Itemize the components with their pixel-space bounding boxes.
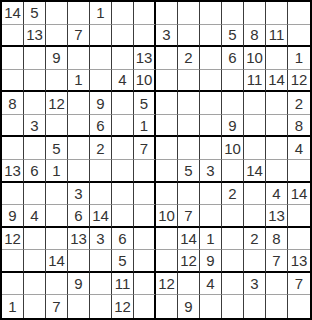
cell-r13c12-given: 3 — [244, 273, 266, 296]
cell-r3c13-empty[interactable] — [266, 47, 288, 70]
cell-r5c13-empty[interactable] — [266, 92, 288, 115]
cell-r1c1-given: 14 — [2, 2, 24, 25]
cell-r13c14-given: 7 — [288, 273, 310, 296]
cell-r11c7-empty[interactable] — [134, 228, 156, 251]
cell-r10c10-empty[interactable] — [200, 205, 222, 228]
cell-r6c3-empty[interactable] — [46, 115, 68, 138]
cell-r2c3-empty[interactable] — [46, 25, 68, 48]
cell-r7c14-given: 4 — [288, 137, 310, 160]
cell-r9c4-given: 3 — [68, 183, 90, 206]
cell-r3c2-empty[interactable] — [24, 47, 46, 70]
cell-r11c4-given: 13 — [68, 228, 90, 251]
cell-r4c8-empty[interactable] — [156, 70, 178, 93]
cell-r9c8-empty[interactable] — [156, 183, 178, 206]
cell-r12c10-given: 9 — [200, 250, 222, 273]
cell-r3c10-empty[interactable] — [200, 47, 222, 70]
cell-r11c9-given: 14 — [178, 228, 200, 251]
cell-r10c9-given: 7 — [178, 205, 200, 228]
cell-r10c1-given: 9 — [2, 205, 24, 228]
cell-r10c6-empty[interactable] — [112, 205, 134, 228]
cell-r11c14-empty[interactable] — [288, 228, 310, 251]
cell-r7c2-empty[interactable] — [24, 137, 46, 160]
cell-r11c8-empty[interactable] — [156, 228, 178, 251]
cell-r11c5-given: 3 — [90, 228, 112, 251]
cell-r2c8-given: 3 — [156, 25, 178, 48]
cell-r14c8-empty[interactable] — [156, 295, 178, 318]
cell-r9c11-given: 2 — [222, 183, 244, 206]
cell-r3c5-empty[interactable] — [90, 47, 112, 70]
cell-r3c6-empty[interactable] — [112, 47, 134, 70]
cell-r6c8-empty[interactable] — [156, 115, 178, 138]
cell-r10c4-given: 6 — [68, 205, 90, 228]
cell-r5c8-empty[interactable] — [156, 92, 178, 115]
cell-r2c4-given: 7 — [68, 25, 90, 48]
cell-r13c1-empty[interactable] — [2, 273, 24, 296]
cell-r7c4-empty[interactable] — [68, 137, 90, 160]
cell-r13c7-empty[interactable] — [134, 273, 156, 296]
cell-r12c8-empty[interactable] — [156, 250, 178, 273]
cell-r8c8-empty[interactable] — [156, 160, 178, 183]
cell-r5c7-given: 5 — [134, 92, 156, 115]
cell-r1c3-empty[interactable] — [46, 2, 68, 25]
cell-r2c10-empty[interactable] — [200, 25, 222, 48]
cell-r1c10-empty[interactable] — [200, 2, 222, 25]
cell-r7c5-given: 2 — [90, 137, 112, 160]
cell-r10c14-empty[interactable] — [288, 205, 310, 228]
cell-r6c11-given: 9 — [222, 115, 244, 138]
cell-r10c12-empty[interactable] — [244, 205, 266, 228]
cell-r8c5-empty[interactable] — [90, 160, 112, 183]
cell-r13c4-given: 9 — [68, 273, 90, 296]
cell-r9c5-empty[interactable] — [90, 183, 112, 206]
cell-r8c3-given: 1 — [46, 160, 68, 183]
cell-r13c5-empty[interactable] — [90, 273, 112, 296]
cell-r13c8-given: 12 — [156, 273, 178, 296]
cell-r4c4-given: 1 — [68, 70, 90, 93]
cell-r10c2-given: 4 — [24, 205, 46, 228]
cell-r1c11-empty[interactable] — [222, 2, 244, 25]
cell-r5c1-given: 8 — [2, 92, 24, 115]
cell-r12c14-given: 13 — [288, 250, 310, 273]
cell-r11c10-given: 1 — [200, 228, 222, 251]
cell-r7c9-empty[interactable] — [178, 137, 200, 160]
cell-r9c3-empty[interactable] — [46, 183, 68, 206]
cell-r8c2-given: 6 — [24, 160, 46, 183]
cell-r12c12-empty[interactable] — [244, 250, 266, 273]
cell-r4c10-empty[interactable] — [200, 70, 222, 93]
cell-r5c5-given: 9 — [90, 92, 112, 115]
cell-r4c11-empty[interactable] — [222, 70, 244, 93]
cell-r11c6-given: 6 — [112, 228, 134, 251]
cell-r8c7-empty[interactable] — [134, 160, 156, 183]
cell-r3c1-empty[interactable] — [2, 47, 24, 70]
cell-r3c11-given: 6 — [222, 47, 244, 70]
cell-r11c11-empty[interactable] — [222, 228, 244, 251]
cell-r14c3-given: 7 — [46, 295, 68, 318]
cell-r7c11-given: 10 — [222, 137, 244, 160]
cell-r13c6-given: 11 — [112, 273, 134, 296]
cell-r11c3-empty[interactable] — [46, 228, 68, 251]
cell-r9c2-empty[interactable] — [24, 183, 46, 206]
cell-r2c1-empty[interactable] — [2, 25, 24, 48]
cell-r14c10-empty[interactable] — [200, 295, 222, 318]
cell-r7c6-empty[interactable] — [112, 137, 134, 160]
cell-r11c12-given: 2 — [244, 228, 266, 251]
cell-r12c5-empty[interactable] — [90, 250, 112, 273]
cell-r8c6-empty[interactable] — [112, 160, 134, 183]
cell-r3c3-given: 9 — [46, 47, 68, 70]
cell-r10c8-given: 10 — [156, 205, 178, 228]
cell-r6c7-given: 1 — [134, 115, 156, 138]
cell-r12c1-empty[interactable] — [2, 250, 24, 273]
cell-r4c1-empty[interactable] — [2, 70, 24, 93]
cell-r6c1-empty[interactable] — [2, 115, 24, 138]
cell-r6c13-empty[interactable] — [266, 115, 288, 138]
cell-r8c10-given: 3 — [200, 160, 222, 183]
cell-r14c11-empty[interactable] — [222, 295, 244, 318]
cell-r5c6-empty[interactable] — [112, 92, 134, 115]
cell-r1c8-empty[interactable] — [156, 2, 178, 25]
cell-r4c13-given: 14 — [266, 70, 288, 93]
cell-r14c7-empty[interactable] — [134, 295, 156, 318]
cell-r10c5-given: 14 — [90, 205, 112, 228]
cell-r13c2-empty[interactable] — [24, 273, 46, 296]
cell-r1c14-empty[interactable] — [288, 2, 310, 25]
cell-r7c7-given: 7 — [134, 137, 156, 160]
cell-r9c7-empty[interactable] — [134, 183, 156, 206]
sudoku-board: 1451137358119132610114101114128129523619… — [0, 0, 312, 320]
cell-r7c10-empty[interactable] — [200, 137, 222, 160]
cell-r6c14-given: 8 — [288, 115, 310, 138]
cell-r10c11-empty[interactable] — [222, 205, 244, 228]
cell-r6c12-empty[interactable] — [244, 115, 266, 138]
cell-r4c14-given: 12 — [288, 70, 310, 93]
cell-r2c11-given: 5 — [222, 25, 244, 48]
cell-r5c11-empty[interactable] — [222, 92, 244, 115]
cell-r9c14-given: 14 — [288, 183, 310, 206]
cell-r11c13-given: 8 — [266, 228, 288, 251]
cell-r7c1-empty[interactable] — [2, 137, 24, 160]
cell-r9c13-given: 4 — [266, 183, 288, 206]
cell-r14c9-given: 9 — [178, 295, 200, 318]
cell-r14c12-empty[interactable] — [244, 295, 266, 318]
cell-r2c6-empty[interactable] — [112, 25, 134, 48]
cell-r5c10-empty[interactable] — [200, 92, 222, 115]
cell-r8c1-given: 13 — [2, 160, 24, 183]
cell-r8c11-empty[interactable] — [222, 160, 244, 183]
cell-r14c1-given: 1 — [2, 295, 24, 318]
cell-r12c11-empty[interactable] — [222, 250, 244, 273]
cell-r12c3-given: 14 — [46, 250, 68, 273]
cell-r9c12-empty[interactable] — [244, 183, 266, 206]
cell-r6c9-empty[interactable] — [178, 115, 200, 138]
cell-r3c14-given: 1 — [288, 47, 310, 70]
cell-r12c6-given: 5 — [112, 250, 134, 273]
cell-r1c7-empty[interactable] — [134, 2, 156, 25]
cell-r11c1-given: 12 — [2, 228, 24, 251]
cell-r9c9-empty[interactable] — [178, 183, 200, 206]
cell-r7c13-empty[interactable] — [266, 137, 288, 160]
cell-r5c14-given: 2 — [288, 92, 310, 115]
cell-r13c13-empty[interactable] — [266, 273, 288, 296]
cell-r12c9-given: 12 — [178, 250, 200, 273]
cell-r6c10-empty[interactable] — [200, 115, 222, 138]
cell-r1c12-empty[interactable] — [244, 2, 266, 25]
cell-r10c3-empty[interactable] — [46, 205, 68, 228]
cell-r12c4-empty[interactable] — [68, 250, 90, 273]
cell-r2c14-empty[interactable] — [288, 25, 310, 48]
cell-r1c9-empty[interactable] — [178, 2, 200, 25]
cell-r4c2-empty[interactable] — [24, 70, 46, 93]
cell-r13c9-empty[interactable] — [178, 273, 200, 296]
cell-r2c7-empty[interactable] — [134, 25, 156, 48]
cell-r3c7-given: 13 — [134, 47, 156, 70]
cell-r9c6-empty[interactable] — [112, 183, 134, 206]
cell-r1c13-empty[interactable] — [266, 2, 288, 25]
cell-r2c9-empty[interactable] — [178, 25, 200, 48]
cell-r2c5-empty[interactable] — [90, 25, 112, 48]
cell-r14c5-empty[interactable] — [90, 295, 112, 318]
cell-r12c7-empty[interactable] — [134, 250, 156, 273]
cell-r10c13-given: 13 — [266, 205, 288, 228]
cell-r8c9-given: 5 — [178, 160, 200, 183]
cell-r4c6-given: 4 — [112, 70, 134, 93]
cell-r7c12-empty[interactable] — [244, 137, 266, 160]
cell-r9c1-empty[interactable] — [2, 183, 24, 206]
cell-r1c2-given: 5 — [24, 2, 46, 25]
cell-r12c2-empty[interactable] — [24, 250, 46, 273]
cell-r3c8-empty[interactable] — [156, 47, 178, 70]
cell-r6c6-empty[interactable] — [112, 115, 134, 138]
cell-r1c5-given: 1 — [90, 2, 112, 25]
cell-r4c3-empty[interactable] — [46, 70, 68, 93]
cell-r13c11-empty[interactable] — [222, 273, 244, 296]
cell-r2c12-given: 8 — [244, 25, 266, 48]
cell-r13c3-empty[interactable] — [46, 273, 68, 296]
cell-r13c10-given: 4 — [200, 273, 222, 296]
cell-r7c3-given: 5 — [46, 137, 68, 160]
cell-r12c13-given: 7 — [266, 250, 288, 273]
cell-r4c12-given: 11 — [244, 70, 266, 93]
cell-r7c8-empty[interactable] — [156, 137, 178, 160]
cell-r1c6-empty[interactable] — [112, 2, 134, 25]
cell-r3c4-empty[interactable] — [68, 47, 90, 70]
cell-r4c9-empty[interactable] — [178, 70, 200, 93]
cell-r5c2-empty[interactable] — [24, 92, 46, 115]
cell-r9c10-empty[interactable] — [200, 183, 222, 206]
cell-r6c2-given: 3 — [24, 115, 46, 138]
cell-r2c2-given: 13 — [24, 25, 46, 48]
cell-r4c7-given: 10 — [134, 70, 156, 93]
cell-r8c13-empty[interactable] — [266, 160, 288, 183]
cell-r8c14-empty[interactable] — [288, 160, 310, 183]
cell-r2c13-given: 11 — [266, 25, 288, 48]
cell-r11c2-empty[interactable] — [24, 228, 46, 251]
cell-r3c12-given: 10 — [244, 47, 266, 70]
cell-r5c9-empty[interactable] — [178, 92, 200, 115]
cell-r8c4-empty[interactable] — [68, 160, 90, 183]
cell-r3c9-given: 2 — [178, 47, 200, 70]
cell-r1c4-empty[interactable] — [68, 2, 90, 25]
cell-r5c4-empty[interactable] — [68, 92, 90, 115]
cell-r6c5-given: 6 — [90, 115, 112, 138]
cell-r10c7-empty[interactable] — [134, 205, 156, 228]
cell-r4c5-empty[interactable] — [90, 70, 112, 93]
cell-r14c4-empty[interactable] — [68, 295, 90, 318]
cell-r14c6-given: 12 — [112, 295, 134, 318]
cell-r8c12-given: 14 — [244, 160, 266, 183]
cell-r14c2-empty[interactable] — [24, 295, 46, 318]
cell-r5c12-empty[interactable] — [244, 92, 266, 115]
cell-r14c13-empty[interactable] — [266, 295, 288, 318]
cell-r6c4-empty[interactable] — [68, 115, 90, 138]
cell-r14c14-empty[interactable] — [288, 295, 310, 318]
cell-r5c3-given: 12 — [46, 92, 68, 115]
